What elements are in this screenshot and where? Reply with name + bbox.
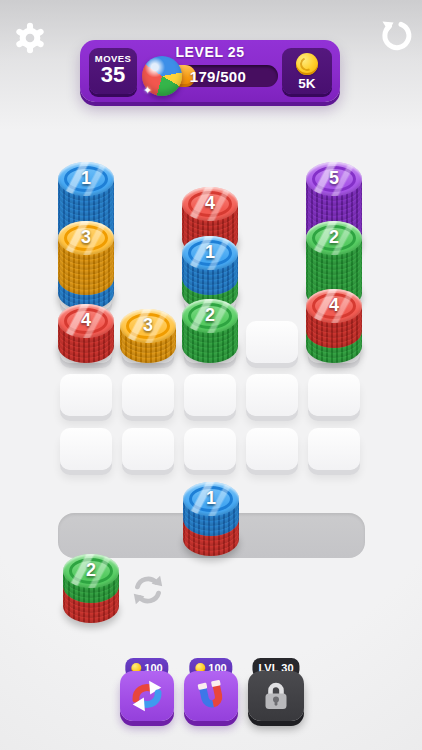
purple-coin: 5 (306, 162, 362, 201)
green-coin: 2 (306, 221, 362, 260)
blue-coin: 1 (58, 162, 114, 201)
moves-counter: MOVES 35 (89, 48, 137, 94)
stack-count-label: 3 (58, 221, 114, 255)
coin-balance-value: 5K (282, 76, 332, 91)
orange-coin: 3 (58, 221, 114, 260)
red-coin: 4 (182, 187, 238, 226)
board-cell-r4c2[interactable] (122, 374, 174, 416)
coin-balance[interactable]: 5K (282, 48, 332, 94)
stack-count-label: 2 (182, 299, 238, 333)
settings-button[interactable] (12, 20, 48, 56)
stack-count-label: 1 (183, 482, 239, 516)
coin-stack-r3c2[interactable]: 3 (120, 309, 176, 363)
stack-count-label: 4 (58, 304, 114, 338)
coin-stack-reserve[interactable]: 2 (63, 554, 119, 623)
locked-booster-button[interactable]: LVL 30 (248, 658, 304, 728)
magnet-icon (192, 677, 230, 715)
green-coin: 2 (182, 299, 238, 338)
coin-icon (296, 53, 318, 75)
stack-count-label: 1 (58, 162, 114, 196)
moves-value: 35 (89, 64, 137, 86)
blue-coin: 1 (182, 236, 238, 275)
stack-count-label: 1 (182, 236, 238, 270)
stack-count-label: 4 (306, 289, 362, 323)
green-coin: 2 (63, 554, 119, 593)
cycle-arrows-icon (128, 677, 166, 715)
coin-stack-r2c1[interactable]: 3 (58, 221, 114, 310)
stack-count-label: 5 (306, 162, 362, 196)
coin-stack-r3c3[interactable]: 2 (182, 299, 238, 363)
restart-button[interactable] (378, 18, 414, 54)
board-cell-r4c5[interactable] (308, 374, 360, 416)
stack-count-label: 2 (63, 554, 119, 588)
blue-coin: 1 (183, 482, 239, 521)
board-cell-r4c4[interactable] (246, 374, 298, 416)
stack-count-label: 4 (182, 187, 238, 221)
coin-stack-tray[interactable]: 1 (183, 482, 239, 556)
board-cell-r5c5[interactable] (308, 428, 360, 470)
board-cell-r3c4[interactable] (246, 321, 298, 363)
coin-stack-r3c1[interactable]: 4 (58, 304, 114, 363)
game-screen: LEVEL 25 MOVES 35 179/500 5K 13434125241… (0, 0, 422, 750)
swap-arrows-icon (128, 570, 168, 610)
board-cell-r4c3[interactable] (184, 374, 236, 416)
board-cell-r5c1[interactable] (60, 428, 112, 470)
board-cell-r5c2[interactable] (122, 428, 174, 470)
reserve-swap-button[interactable] (128, 570, 168, 610)
red-coin: 4 (306, 289, 362, 328)
gear-icon (12, 20, 48, 56)
stack-count-label: 3 (120, 309, 176, 343)
stack-count-label: 2 (306, 221, 362, 255)
coin-stack-r3c5[interactable]: 4 (306, 289, 362, 363)
lock-icon (258, 678, 294, 714)
swap-booster-button[interactable]: 100 (120, 658, 174, 728)
rainbow-ball-icon (142, 56, 182, 96)
board-cell-r4c1[interactable] (60, 374, 112, 416)
board-cell-r5c4[interactable] (246, 428, 298, 470)
level-banner: LEVEL 25 MOVES 35 179/500 5K (80, 40, 340, 102)
orange-coin: 3 (120, 309, 176, 348)
restart-icon (378, 18, 414, 54)
red-coin: 4 (58, 304, 114, 343)
board-cell-r5c3[interactable] (184, 428, 236, 470)
magnet-booster-button[interactable]: 100 (184, 658, 238, 728)
